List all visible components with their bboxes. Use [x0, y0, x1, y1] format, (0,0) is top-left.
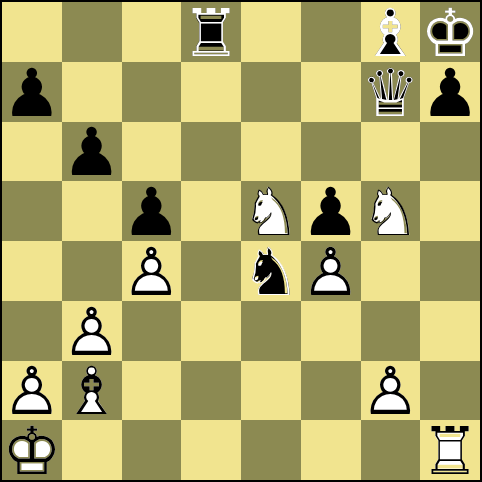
piece-outline-glyph: ♙	[122, 243, 182, 303]
piece-outline-glyph: ♖	[181, 4, 241, 64]
square-g2[interactable]: ♟♙	[361, 361, 421, 421]
square-e7[interactable]	[241, 62, 301, 122]
square-c1[interactable]	[122, 420, 182, 480]
black-queen-piece: ♛♕	[361, 62, 421, 122]
piece-outline-glyph: ♗	[62, 363, 122, 423]
piece-silhouette-glyph: ♟	[361, 363, 421, 423]
piece-outline-glyph: ♙	[62, 303, 122, 363]
square-b2[interactable]: ♝♗	[62, 361, 122, 421]
white-pawn-piece: ♟♙	[2, 361, 62, 421]
piece-silhouette-glyph: ♚	[2, 422, 62, 482]
square-g6[interactable]	[361, 122, 421, 182]
square-c6[interactable]	[122, 122, 182, 182]
piece-silhouette-glyph: ♟	[122, 243, 182, 303]
square-a4[interactable]	[2, 241, 62, 301]
square-f3[interactable]	[301, 301, 361, 361]
piece-outline-glyph: ♘	[241, 183, 301, 243]
square-d4[interactable]	[181, 241, 241, 301]
square-h8[interactable]: ♚♔	[420, 2, 480, 62]
white-king-piece: ♚♔	[2, 420, 62, 480]
square-h1[interactable]: ♜♖	[420, 420, 480, 480]
square-c8[interactable]	[122, 2, 182, 62]
square-b5[interactable]	[62, 181, 122, 241]
square-d6[interactable]	[181, 122, 241, 182]
black-knight-piece: ♞♘	[241, 241, 301, 301]
square-d8[interactable]: ♜♖	[181, 2, 241, 62]
square-f7[interactable]	[301, 62, 361, 122]
chess-board: ♜♖♝♗♚♔♟♛♕♟♟♟♞♘♟♞♘♟♙♞♘♟♙♟♙♟♙♝♗♟♙♚♔♜♖	[2, 2, 480, 480]
square-h3[interactable]	[420, 301, 480, 361]
square-d1[interactable]	[181, 420, 241, 480]
piece-outline-glyph: ♙	[301, 243, 361, 303]
square-b3[interactable]: ♟♙	[62, 301, 122, 361]
square-d3[interactable]	[181, 301, 241, 361]
square-c5[interactable]: ♟	[122, 181, 182, 241]
piece-silhouette-glyph: ♟	[2, 363, 62, 423]
piece-silhouette-glyph: ♞	[241, 243, 301, 303]
piece-silhouette-glyph: ♚	[420, 4, 480, 64]
square-g4[interactable]	[361, 241, 421, 301]
square-b4[interactable]	[62, 241, 122, 301]
white-knight-piece: ♞♘	[241, 181, 301, 241]
piece-outline-glyph: ♙	[2, 363, 62, 423]
square-e4[interactable]: ♞♘	[241, 241, 301, 301]
square-h6[interactable]	[420, 122, 480, 182]
square-a7[interactable]: ♟	[2, 62, 62, 122]
white-bishop-piece: ♝♗	[62, 361, 122, 421]
square-b7[interactable]	[62, 62, 122, 122]
piece-silhouette-glyph: ♛	[361, 64, 421, 124]
square-a5[interactable]	[2, 181, 62, 241]
black-pawn-piece: ♟	[62, 122, 122, 182]
black-bishop-piece: ♝♗	[361, 2, 421, 62]
chess-app-window: { "game": "chess", "position": "3r2bk/p5…	[0, 0, 482, 482]
square-e2[interactable]	[241, 361, 301, 421]
piece-silhouette-glyph: ♟	[301, 243, 361, 303]
square-f6[interactable]	[301, 122, 361, 182]
piece-outline-glyph: ♕	[361, 64, 421, 124]
black-pawn-piece: ♟	[301, 181, 361, 241]
square-a3[interactable]	[2, 301, 62, 361]
white-pawn-piece: ♟♙	[122, 241, 182, 301]
square-c2[interactable]	[122, 361, 182, 421]
square-d2[interactable]	[181, 361, 241, 421]
square-g5[interactable]: ♞♘	[361, 181, 421, 241]
square-h4[interactable]	[420, 241, 480, 301]
piece-outline-glyph: ♙	[361, 363, 421, 423]
square-e6[interactable]	[241, 122, 301, 182]
square-e8[interactable]	[241, 2, 301, 62]
square-b1[interactable]	[62, 420, 122, 480]
piece-silhouette-glyph: ♟	[122, 183, 182, 243]
white-pawn-piece: ♟♙	[361, 361, 421, 421]
square-g7[interactable]: ♛♕	[361, 62, 421, 122]
piece-outline-glyph: ♔	[420, 4, 480, 64]
piece-outline-glyph: ♖	[420, 422, 480, 482]
piece-silhouette-glyph: ♝	[361, 4, 421, 64]
piece-silhouette-glyph: ♟	[420, 64, 480, 124]
square-h5[interactable]	[420, 181, 480, 241]
piece-silhouette-glyph: ♜	[420, 422, 480, 482]
square-c3[interactable]	[122, 301, 182, 361]
square-f5[interactable]: ♟	[301, 181, 361, 241]
white-knight-piece: ♞♘	[361, 181, 421, 241]
square-a1[interactable]: ♚♔	[2, 420, 62, 480]
square-f4[interactable]: ♟♙	[301, 241, 361, 301]
piece-outline-glyph: ♗	[361, 4, 421, 64]
square-f2[interactable]	[301, 361, 361, 421]
square-g8[interactable]: ♝♗	[361, 2, 421, 62]
piece-silhouette-glyph: ♟	[2, 64, 62, 124]
piece-outline-glyph: ♘	[361, 183, 421, 243]
piece-silhouette-glyph: ♜	[181, 4, 241, 64]
black-pawn-piece: ♟	[2, 62, 62, 122]
square-b8[interactable]	[62, 2, 122, 62]
piece-silhouette-glyph: ♟	[301, 183, 361, 243]
square-e3[interactable]	[241, 301, 301, 361]
square-a6[interactable]	[2, 122, 62, 182]
square-e1[interactable]	[241, 420, 301, 480]
square-d7[interactable]	[181, 62, 241, 122]
piece-outline-glyph: ♘	[241, 243, 301, 303]
square-a2[interactable]: ♟♙	[2, 361, 62, 421]
piece-silhouette-glyph: ♞	[241, 183, 301, 243]
square-h7[interactable]: ♟	[420, 62, 480, 122]
square-f1[interactable]	[301, 420, 361, 480]
square-c7[interactable]	[122, 62, 182, 122]
square-c4[interactable]: ♟♙	[122, 241, 182, 301]
square-d5[interactable]	[181, 181, 241, 241]
square-g1[interactable]	[361, 420, 421, 480]
square-g3[interactable]	[361, 301, 421, 361]
piece-outline-glyph: ♔	[2, 422, 62, 482]
piece-silhouette-glyph: ♝	[62, 363, 122, 423]
piece-silhouette-glyph: ♟	[62, 124, 122, 184]
piece-silhouette-glyph: ♟	[62, 303, 122, 363]
square-e5[interactable]: ♞♘	[241, 181, 301, 241]
white-rook-piece: ♜♖	[420, 420, 480, 480]
black-pawn-piece: ♟	[122, 181, 182, 241]
square-h2[interactable]	[420, 361, 480, 421]
square-b6[interactable]: ♟	[62, 122, 122, 182]
black-king-piece: ♚♔	[420, 2, 480, 62]
white-pawn-piece: ♟♙	[301, 241, 361, 301]
square-f8[interactable]	[301, 2, 361, 62]
piece-silhouette-glyph: ♞	[361, 183, 421, 243]
black-pawn-piece: ♟	[420, 62, 480, 122]
square-a8[interactable]	[2, 2, 62, 62]
white-pawn-piece: ♟♙	[62, 301, 122, 361]
black-rook-piece: ♜♖	[181, 2, 241, 62]
